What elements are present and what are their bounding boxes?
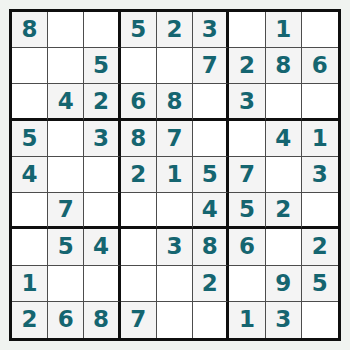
sudoku-cell-r5c8[interactable] [266,157,302,193]
sudoku-cell-r2c7[interactable]: 2 [229,48,265,84]
sudoku-cell-r4c9[interactable]: 1 [302,121,338,157]
sudoku-cell-r3c6[interactable] [193,84,229,120]
sudoku-cell-r4c6[interactable] [193,121,229,157]
sudoku-cell-r7c9[interactable]: 2 [302,229,338,265]
sudoku-cell-r9c7[interactable]: 1 [229,302,265,338]
sudoku-cell-r2c9[interactable]: 6 [302,48,338,84]
sudoku-cell-r1c6[interactable]: 3 [193,12,229,48]
sudoku-cell-r4c3[interactable]: 3 [84,121,120,157]
sudoku-cell-r6c6[interactable]: 4 [193,193,229,229]
sudoku-cell-r5c7[interactable]: 7 [229,157,265,193]
sudoku-cell-r3c1[interactable] [12,84,48,120]
sudoku-cell-r7c7[interactable]: 6 [229,229,265,265]
sudoku-cell-r7c5[interactable]: 3 [157,229,193,265]
sudoku-cell-r1c4[interactable]: 5 [121,12,157,48]
sudoku-cell-r9c6[interactable] [193,302,229,338]
sudoku-cell-r7c6[interactable]: 8 [193,229,229,265]
sudoku-board: 8523157286426835387414215737452543862129… [9,9,341,341]
sudoku-cell-r7c3[interactable]: 4 [84,229,120,265]
sudoku-cell-r5c3[interactable] [84,157,120,193]
sudoku-cell-r8c1[interactable]: 1 [12,266,48,302]
sudoku-cell-r1c2[interactable] [48,12,84,48]
sudoku-cell-r1c7[interactable] [229,12,265,48]
sudoku-cell-r4c5[interactable]: 7 [157,121,193,157]
sudoku-cell-r9c1[interactable]: 2 [12,302,48,338]
sudoku-cell-r2c6[interactable]: 7 [193,48,229,84]
sudoku-cell-r7c2[interactable]: 5 [48,229,84,265]
sudoku-cell-r6c4[interactable] [121,193,157,229]
sudoku-cell-r6c8[interactable]: 2 [266,193,302,229]
sudoku-cell-r3c2[interactable]: 4 [48,84,84,120]
sudoku-cell-r2c1[interactable] [12,48,48,84]
sudoku-cell-r7c1[interactable] [12,229,48,265]
sudoku-cell-r9c2[interactable]: 6 [48,302,84,338]
sudoku-cell-r3c3[interactable]: 2 [84,84,120,120]
sudoku-cell-r4c8[interactable]: 4 [266,121,302,157]
sudoku-cell-r6c7[interactable]: 5 [229,193,265,229]
sudoku-cell-r9c8[interactable]: 3 [266,302,302,338]
sudoku-cell-r8c3[interactable] [84,266,120,302]
sudoku-cell-r2c8[interactable]: 8 [266,48,302,84]
sudoku-cell-r1c5[interactable]: 2 [157,12,193,48]
sudoku-cell-r3c8[interactable] [266,84,302,120]
sudoku-cell-r2c4[interactable] [121,48,157,84]
sudoku-cell-r5c1[interactable]: 4 [12,157,48,193]
sudoku-cell-r3c7[interactable]: 3 [229,84,265,120]
sudoku-cell-r6c3[interactable] [84,193,120,229]
sudoku-cell-r5c2[interactable] [48,157,84,193]
sudoku-cell-r9c5[interactable] [157,302,193,338]
sudoku-cell-r8c8[interactable]: 9 [266,266,302,302]
sudoku-cell-r5c6[interactable]: 5 [193,157,229,193]
sudoku-cell-r6c9[interactable] [302,193,338,229]
sudoku-cell-r7c8[interactable] [266,229,302,265]
sudoku-cell-r7c4[interactable] [121,229,157,265]
sudoku-cell-r6c2[interactable]: 7 [48,193,84,229]
sudoku-cell-r5c5[interactable]: 1 [157,157,193,193]
sudoku-cell-r8c5[interactable] [157,266,193,302]
sudoku-cell-r8c2[interactable] [48,266,84,302]
sudoku-cell-r8c7[interactable] [229,266,265,302]
sudoku-cell-r8c6[interactable]: 2 [193,266,229,302]
sudoku-cell-r5c4[interactable]: 2 [121,157,157,193]
sudoku-cell-r1c3[interactable] [84,12,120,48]
sudoku-cell-r4c1[interactable]: 5 [12,121,48,157]
sudoku-cell-r9c9[interactable] [302,302,338,338]
sudoku-cell-r6c1[interactable] [12,193,48,229]
sudoku-cell-r2c3[interactable]: 5 [84,48,120,84]
sudoku-cell-r3c5[interactable]: 8 [157,84,193,120]
sudoku-cell-r6c5[interactable] [157,193,193,229]
sudoku-cell-r8c4[interactable] [121,266,157,302]
sudoku-cell-r8c9[interactable]: 5 [302,266,338,302]
sudoku-cell-r3c4[interactable]: 6 [121,84,157,120]
sudoku-cell-r5c9[interactable]: 3 [302,157,338,193]
sudoku-cell-r3c9[interactable] [302,84,338,120]
sudoku-cell-r4c7[interactable] [229,121,265,157]
sudoku-cell-r9c3[interactable]: 8 [84,302,120,338]
sudoku-cell-r1c8[interactable]: 1 [266,12,302,48]
sudoku-cell-r4c4[interactable]: 8 [121,121,157,157]
sudoku-cell-r2c2[interactable] [48,48,84,84]
sudoku-cell-r2c5[interactable] [157,48,193,84]
sudoku-cell-r1c1[interactable]: 8 [12,12,48,48]
sudoku-cell-r9c4[interactable]: 7 [121,302,157,338]
sudoku-cell-r1c9[interactable] [302,12,338,48]
sudoku-cell-r4c2[interactable] [48,121,84,157]
